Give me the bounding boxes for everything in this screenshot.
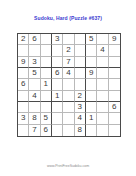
sudoku-cell[interactable]: 3 [29,57,40,68]
printable-sudoku-page: Sudoku, Hard (Puzzle #637) 2635924937564… [0,0,136,176]
sudoku-cell[interactable]: 9 [18,57,29,68]
sudoku-cell[interactable] [63,34,74,45]
sudoku-cell[interactable] [29,79,40,90]
sudoku-cell[interactable] [18,102,29,113]
sudoku-cell[interactable] [86,57,97,68]
sudoku-cell[interactable] [97,79,108,90]
sudoku-cell[interactable] [41,102,52,113]
sudoku-cell[interactable] [97,125,108,136]
sudoku-cell[interactable]: 3 [52,34,63,45]
sudoku-cell[interactable]: 6 [29,34,40,45]
sudoku-cell[interactable]: 7 [29,125,40,136]
sudoku-cell[interactable]: 9 [86,68,97,79]
sudoku-cell[interactable] [52,113,63,124]
sudoku-cell[interactable]: 3 [18,113,29,124]
sudoku-cell[interactable] [97,91,108,102]
sudoku-cell[interactable] [29,45,40,56]
sudoku-cell[interactable]: 9 [109,34,120,45]
sudoku-cell[interactable] [86,45,97,56]
sudoku-cell[interactable]: 6 [52,68,63,79]
sudoku-cell[interactable] [52,125,63,136]
sudoku-cell[interactable] [86,79,97,90]
sudoku-cell[interactable]: 5 [86,34,97,45]
sudoku-cell[interactable] [75,34,86,45]
sudoku-cell[interactable] [109,79,120,90]
sudoku-cell[interactable]: 2 [63,45,74,56]
sudoku-cell[interactable] [109,91,120,102]
sudoku-cell[interactable] [109,68,120,79]
sudoku-cell[interactable] [86,102,97,113]
sudoku-cell[interactable]: 1 [41,79,52,90]
sudoku-cell[interactable] [41,68,52,79]
sudoku-cell[interactable]: 6 [109,102,120,113]
sudoku-cell[interactable] [97,68,108,79]
sudoku-cell[interactable] [52,79,63,90]
sudoku-cell[interactable] [63,91,74,102]
sudoku-cell[interactable] [109,57,120,68]
sudoku-cell[interactable] [29,102,40,113]
sudoku-cell[interactable] [18,125,29,136]
sudoku-cell[interactable]: 5 [29,68,40,79]
sudoku-cell[interactable]: 3 [75,102,86,113]
sudoku-cell[interactable] [63,113,74,124]
sudoku-cell[interactable] [41,57,52,68]
sudoku-cell[interactable] [75,68,86,79]
sudoku-cell[interactable] [86,91,97,102]
sudoku-cell[interactable] [41,91,52,102]
sudoku-cell[interactable] [75,79,86,90]
sudoku-cell[interactable] [97,34,108,45]
sudoku-cell[interactable]: 1 [86,113,97,124]
sudoku-cell[interactable] [97,113,108,124]
sudoku-cell[interactable] [109,125,120,136]
sudoku-cell[interactable] [18,91,29,102]
sudoku-cell[interactable] [86,125,97,136]
footer-url: www.PrintFreeSudoku.com [0,164,136,168]
sudoku-cell[interactable] [63,79,74,90]
sudoku-cell[interactable]: 7 [63,57,74,68]
sudoku-cell[interactable] [75,45,86,56]
sudoku-cell[interactable]: 4 [97,45,108,56]
sudoku-cell[interactable]: 2 [18,34,29,45]
sudoku-cell[interactable] [52,57,63,68]
sudoku-cell[interactable] [41,34,52,45]
sudoku-cell[interactable]: 8 [29,113,40,124]
sudoku-cell[interactable] [18,68,29,79]
sudoku-board: 26359249375649614123638541768 [17,33,121,137]
sudoku-cell[interactable] [109,45,120,56]
sudoku-cell[interactable] [97,57,108,68]
sudoku-cell[interactable] [52,45,63,56]
sudoku-cell[interactable]: 6 [18,79,29,90]
sudoku-cell[interactable] [75,57,86,68]
sudoku-cell[interactable] [41,45,52,56]
sudoku-cell[interactable] [63,125,74,136]
sudoku-cell[interactable]: 4 [63,68,74,79]
sudoku-cell[interactable]: 8 [75,125,86,136]
sudoku-cell[interactable]: 6 [41,125,52,136]
sudoku-cell[interactable] [52,102,63,113]
sudoku-cell[interactable] [18,45,29,56]
sudoku-cell[interactable]: 4 [29,91,40,102]
sudoku-cell[interactable]: 2 [75,91,86,102]
sudoku-cell[interactable]: 5 [41,113,52,124]
puzzle-title: Sudoku, Hard (Puzzle #637) [0,15,136,21]
sudoku-cell[interactable]: 1 [52,91,63,102]
sudoku-cell[interactable] [109,113,120,124]
sudoku-cell[interactable] [63,102,74,113]
sudoku-cell[interactable] [97,102,108,113]
sudoku-cell[interactable]: 4 [75,113,86,124]
